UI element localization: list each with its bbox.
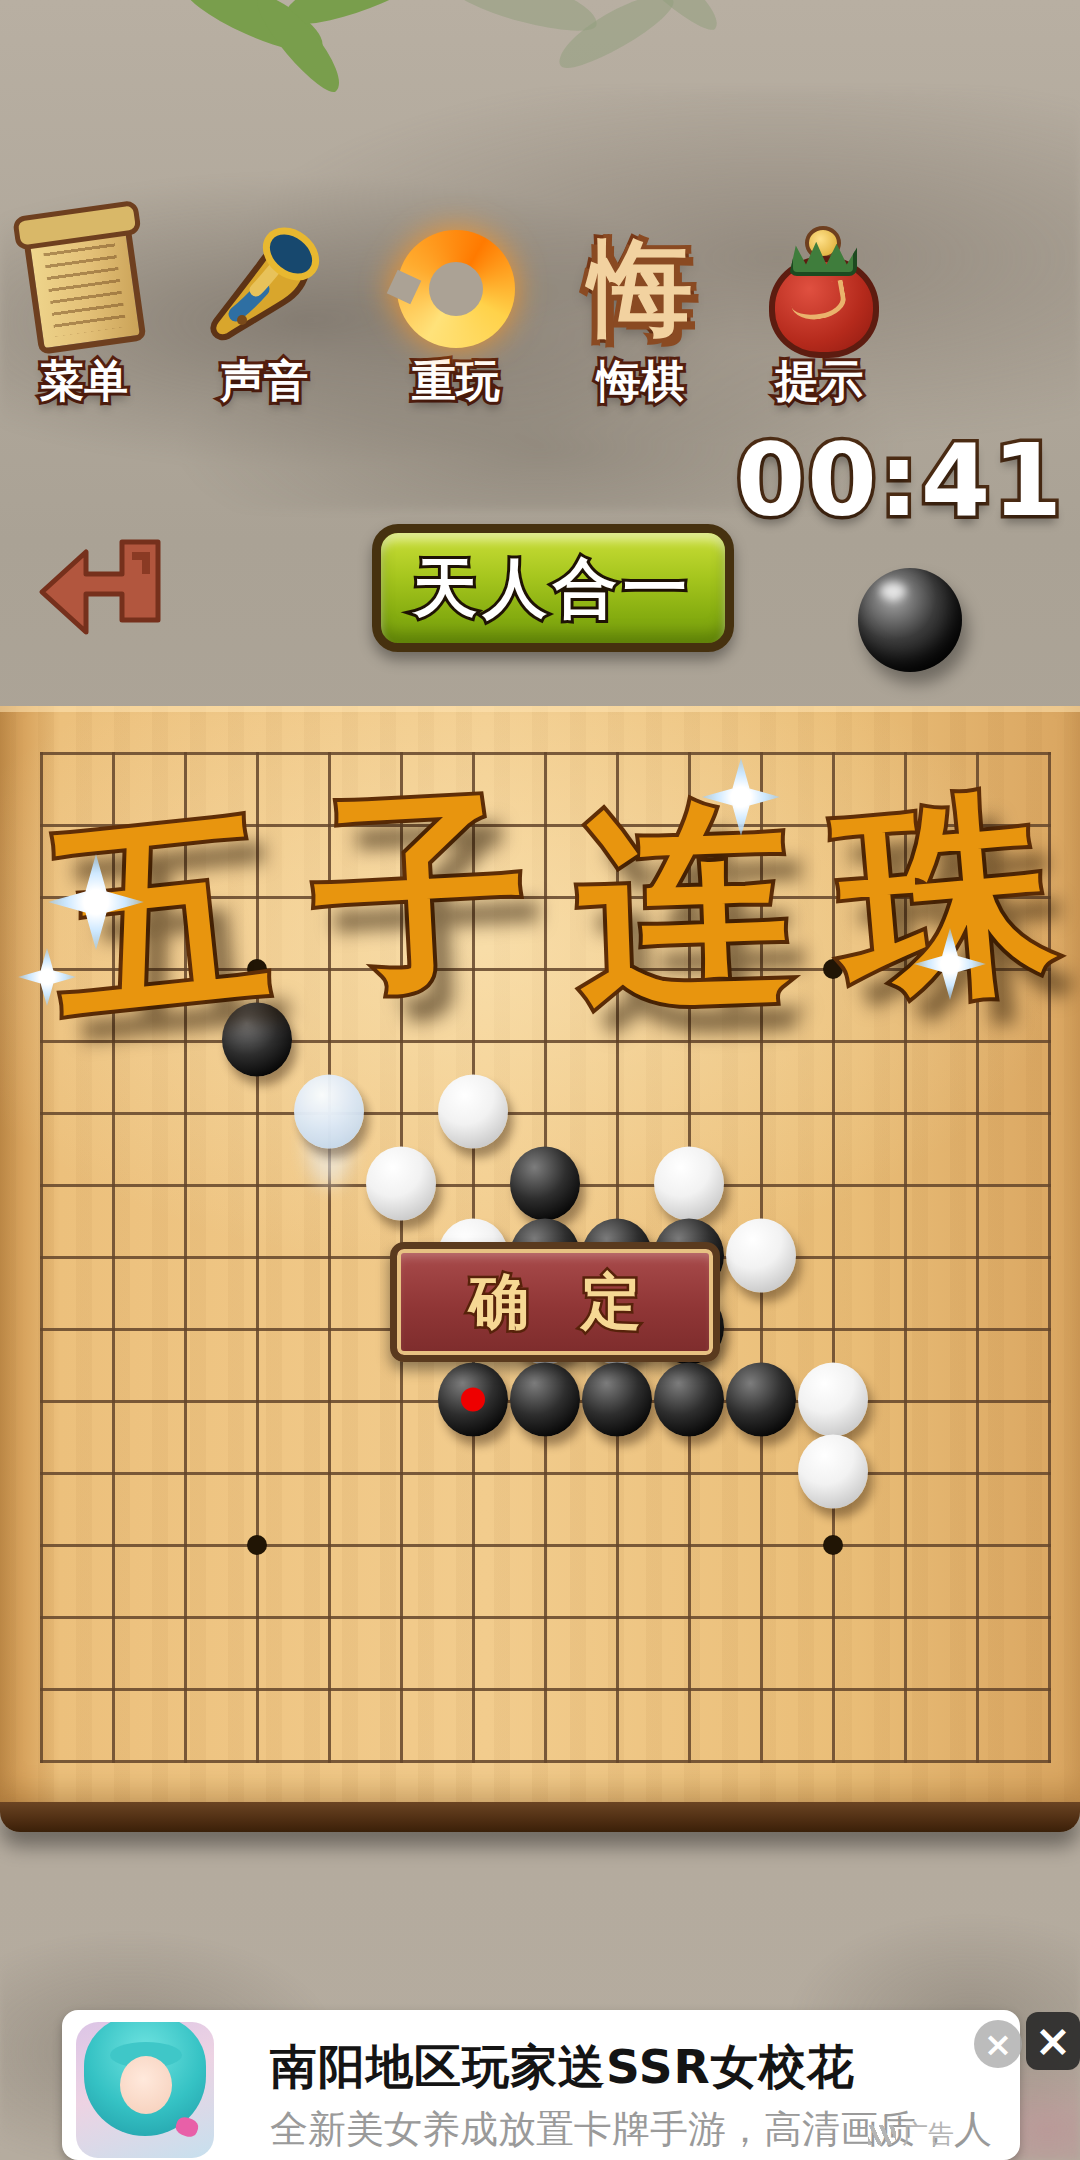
- grid-line-h: [40, 1472, 1051, 1475]
- stone-black: [438, 1363, 508, 1437]
- scroll-icon: [0, 212, 174, 348]
- grid-line-h: [40, 1544, 1051, 1547]
- stone-black: [726, 1363, 796, 1437]
- toolbar: 菜单 声音 重玩 悔 悔棋: [0, 212, 1080, 402]
- board-title-char: 子: [309, 779, 532, 1010]
- grid-line-v: [832, 752, 835, 1763]
- replay-button[interactable]: 重玩: [366, 212, 546, 411]
- bamboo-leaf: [447, 0, 602, 41]
- bamboo-leaf: [623, 0, 727, 38]
- hint-button[interactable]: 提示: [729, 212, 909, 411]
- back-button[interactable]: [36, 518, 166, 636]
- close-icon: ×: [984, 2027, 1013, 2061]
- current-player-indicator: [858, 568, 962, 672]
- stone-white: [654, 1147, 724, 1221]
- grid-line-h: [40, 1760, 1051, 1763]
- bamboo-leaf: [277, 0, 423, 35]
- last-move-marker: [461, 1388, 485, 1412]
- hui-glyph-icon: 悔: [551, 212, 731, 348]
- stone-white: [798, 1363, 868, 1437]
- game-timer: 00:41: [736, 422, 1064, 539]
- stone-black: [510, 1147, 580, 1221]
- bamboo-leaf: [248, 0, 351, 100]
- gomoku-board[interactable]: 五子连珠 确定: [0, 706, 1080, 1802]
- grid-line-h: [40, 1688, 1051, 1691]
- mode-button[interactable]: 天人合一: [372, 524, 734, 652]
- stone-white: [438, 1075, 508, 1149]
- stone-black: [654, 1363, 724, 1437]
- ad-banner[interactable]: 南阳地区玩家送SSR女校花 全新美女养成放置卡牌手游，高清画质，人物... 广告…: [62, 2010, 1020, 2160]
- stone-white: [294, 1075, 364, 1149]
- bamboo-leaves-art: [120, 0, 760, 112]
- hint-label: 提示: [729, 352, 909, 411]
- bamboo-leaf: [550, 0, 681, 78]
- pouch-icon: [729, 212, 909, 348]
- grid-line-v: [904, 752, 907, 1763]
- horn-icon: [174, 212, 354, 348]
- ad-badge-icon: [868, 2125, 896, 2145]
- sound-label: 声音: [174, 352, 354, 411]
- ad-badge: 广告: [868, 2117, 954, 2152]
- ad-close-button[interactable]: ×: [974, 2020, 1022, 2068]
- undo-arrow-icon: [36, 518, 166, 636]
- stone-white: [366, 1147, 436, 1221]
- stone-black: [582, 1363, 652, 1437]
- star-point: [823, 959, 843, 979]
- grid-line-v: [976, 752, 979, 1763]
- confirm-button[interactable]: 确定: [390, 1242, 720, 1362]
- star-point: [823, 1535, 843, 1555]
- menu-button[interactable]: 菜单: [0, 212, 174, 411]
- undo-label: 悔棋: [551, 352, 731, 411]
- stone-black: [222, 1003, 292, 1077]
- mode-button-label: 天人合一: [413, 545, 693, 632]
- grid-line-h: [40, 1616, 1051, 1619]
- sparkle-icon: [18, 948, 76, 1006]
- stone-white: [726, 1219, 796, 1293]
- grid-line-v: [1048, 752, 1051, 1763]
- undo-button[interactable]: 悔 悔棋: [551, 212, 731, 411]
- ad-app-icon: [76, 2022, 214, 2158]
- game-screen: 菜单 声音 重玩 悔 悔棋: [0, 0, 1080, 2160]
- sound-button[interactable]: 声音: [174, 212, 354, 411]
- sparkle-icon: [48, 854, 144, 950]
- board-edge: [0, 1802, 1080, 1832]
- replay-label: 重玩: [366, 352, 546, 411]
- confirm-button-label: 确定: [417, 1262, 693, 1343]
- menu-label: 菜单: [0, 352, 174, 411]
- ad-title: 南阳地区玩家送SSR女校花: [270, 2036, 855, 2099]
- ad-close-corner-button[interactable]: ×: [1026, 2012, 1080, 2070]
- bamboo-leaf: [178, 0, 333, 65]
- stone-black: [510, 1363, 580, 1437]
- close-icon: ×: [1035, 2019, 1072, 2063]
- star-point: [247, 1535, 267, 1555]
- stone-white: [798, 1435, 868, 1509]
- flame-ring-icon: [366, 212, 546, 348]
- board-title-char: 五: [43, 795, 277, 1036]
- star-point: [247, 959, 267, 979]
